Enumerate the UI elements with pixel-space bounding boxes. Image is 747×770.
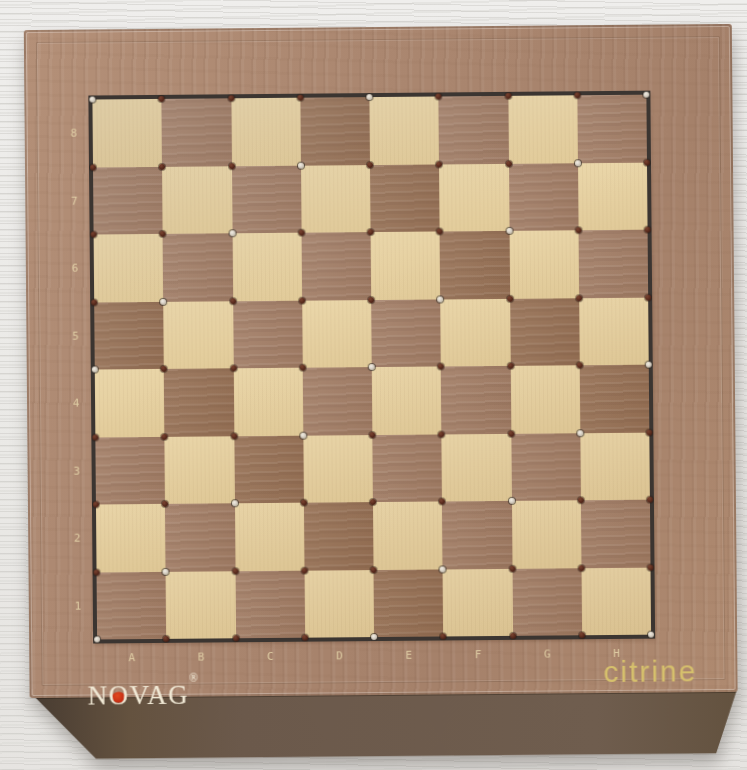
model-name: citrine	[603, 654, 697, 689]
square-f4[interactable]	[441, 366, 511, 434]
square-g7[interactable]	[508, 163, 578, 231]
square-e3[interactable]	[372, 434, 442, 502]
square-f2[interactable]	[442, 501, 512, 569]
square-b7[interactable]	[162, 166, 232, 234]
square-h6[interactable]	[578, 230, 648, 298]
square-a1[interactable]	[97, 571, 167, 639]
square-h1[interactable]	[581, 567, 651, 635]
square-d5[interactable]	[302, 300, 372, 368]
file-label-c: C	[267, 649, 274, 662]
file-label-b: B	[198, 650, 205, 663]
square-e5[interactable]	[371, 299, 441, 367]
square-g3[interactable]	[511, 433, 581, 501]
square-g2[interactable]	[511, 500, 581, 568]
novag-letters-vag: VAG	[129, 680, 189, 711]
square-a7[interactable]	[93, 166, 163, 234]
square-b5[interactable]	[163, 301, 233, 369]
square-h8[interactable]	[577, 95, 647, 163]
square-f3[interactable]	[442, 433, 512, 501]
rank-label-5: 5	[72, 329, 79, 342]
board-grid	[88, 91, 655, 644]
square-b2[interactable]	[165, 503, 235, 571]
square-f1[interactable]	[443, 568, 513, 636]
square-e7[interactable]	[370, 164, 440, 232]
square-a5[interactable]	[94, 301, 164, 369]
chess-board: 87654321 ABCDEFGH NOVAG® citrine	[24, 24, 738, 766]
square-b3[interactable]	[165, 436, 235, 504]
square-c6[interactable]	[232, 233, 302, 301]
rank-label-1: 1	[74, 599, 81, 612]
file-label-f: F	[475, 648, 482, 661]
file-label-e: E	[406, 648, 413, 661]
square-c7[interactable]	[231, 165, 301, 233]
square-h7[interactable]	[578, 162, 648, 230]
square-e6[interactable]	[371, 231, 441, 299]
square-f6[interactable]	[440, 231, 510, 299]
square-b4[interactable]	[164, 368, 234, 436]
squares-grid	[92, 95, 651, 640]
rank-label-3: 3	[73, 464, 80, 477]
square-b6[interactable]	[163, 233, 233, 301]
square-g8[interactable]	[508, 95, 578, 163]
square-e4[interactable]	[372, 366, 442, 434]
novag-letter-n: N	[87, 680, 108, 710]
square-g1[interactable]	[512, 568, 582, 636]
square-f8[interactable]	[439, 96, 509, 164]
file-label-g: G	[544, 647, 551, 660]
square-f5[interactable]	[440, 298, 510, 366]
rank-labels: 87654321	[62, 100, 89, 640]
square-c4[interactable]	[233, 368, 303, 436]
square-a3[interactable]	[95, 436, 165, 504]
square-d2[interactable]	[304, 502, 374, 570]
novag-letter-o: O	[108, 680, 129, 710]
rank-label-8: 8	[70, 127, 77, 140]
photo-background-surface: 87654321 ABCDEFGH NOVAG® citrine	[0, 0, 747, 770]
square-e1[interactable]	[374, 569, 444, 637]
square-g4[interactable]	[510, 365, 580, 433]
square-d3[interactable]	[303, 435, 373, 503]
rank-label-7: 7	[71, 194, 78, 207]
square-d4[interactable]	[303, 367, 373, 435]
rank-label-2: 2	[74, 532, 81, 545]
file-label-a: A	[129, 651, 136, 664]
square-c5[interactable]	[233, 300, 303, 368]
square-d6[interactable]	[301, 232, 371, 300]
board-frame: 87654321 ABCDEFGH NOVAG® citrine	[24, 24, 738, 698]
square-b1[interactable]	[166, 571, 236, 639]
square-a4[interactable]	[95, 369, 165, 437]
square-h3[interactable]	[580, 432, 650, 500]
square-a2[interactable]	[96, 504, 166, 572]
square-c3[interactable]	[234, 435, 304, 503]
square-c1[interactable]	[235, 570, 305, 638]
rank-label-4: 4	[73, 397, 80, 410]
square-h5[interactable]	[579, 297, 649, 365]
square-b8[interactable]	[162, 98, 232, 166]
square-d1[interactable]	[304, 570, 374, 638]
square-e2[interactable]	[373, 501, 443, 569]
square-d7[interactable]	[301, 165, 371, 233]
square-d8[interactable]	[300, 97, 370, 165]
file-label-d: D	[336, 649, 343, 662]
square-h4[interactable]	[579, 365, 649, 433]
square-g5[interactable]	[510, 298, 580, 366]
square-c2[interactable]	[234, 503, 304, 571]
square-f7[interactable]	[439, 163, 509, 231]
square-e8[interactable]	[369, 96, 439, 164]
novag-logo: NOVAG®	[87, 663, 198, 696]
square-a8[interactable]	[92, 99, 162, 167]
registered-trademark-symbol: ®	[189, 671, 198, 685]
novag-letter-o-wrap: O	[108, 680, 129, 710]
rank-label-6: 6	[72, 262, 79, 275]
square-c8[interactable]	[231, 98, 301, 166]
square-a6[interactable]	[94, 234, 164, 302]
square-h2[interactable]	[581, 500, 651, 568]
square-g6[interactable]	[509, 230, 579, 298]
